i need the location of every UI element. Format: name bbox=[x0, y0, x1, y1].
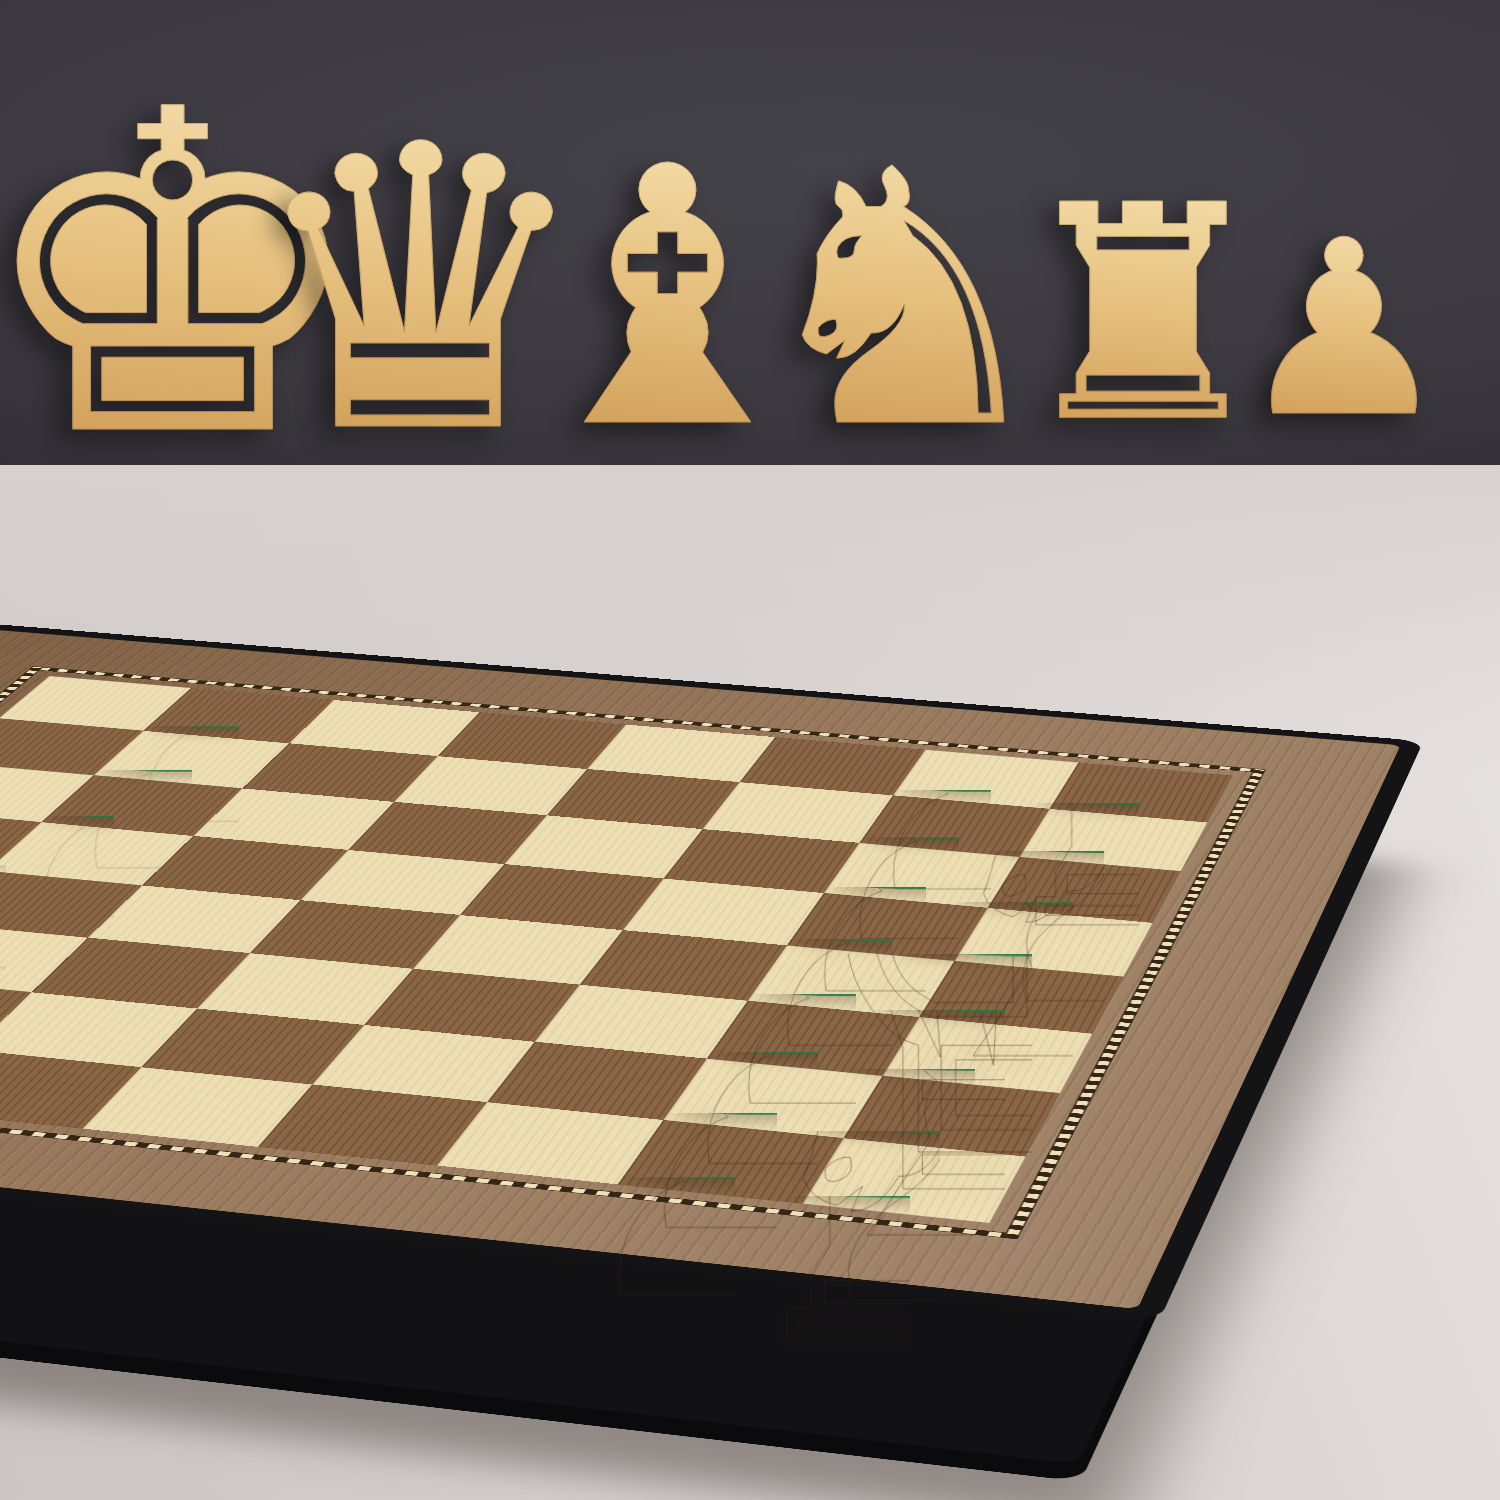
square-b2: ♟ bbox=[0, 976, 32, 1050]
board-photo: ♜♟♟♜♞♟♟♞♝♟♟♝♚♟♟♚♛♟♟♛♝♟♟♝♞♟♟♞♜♟♟♜ bbox=[0, 465, 1500, 1500]
chess-board: ♜♟♟♜♞♟♟♞♝♟♟♝♚♟♟♚♛♟♟♛♝♟♟♝♞♟♟♞♜♟♟♜ bbox=[0, 621, 1424, 1322]
piece-lineup-photo: ♚♛♝♞♜♟ bbox=[0, 0, 1500, 465]
product-photo: ♚♛♝♞♜♟ ♜♟♟♜♞♟♟♞♝♟♟♝♚♟♟♚♛♟♟♛♝♟♟♝♞♟♟♞♜♟♟♜ bbox=[0, 0, 1500, 1500]
lineup-pawn: ♟ bbox=[1236, 208, 1453, 450]
piece-lineup-row: ♚♛♝♞♜♟ bbox=[0, 0, 1500, 465]
